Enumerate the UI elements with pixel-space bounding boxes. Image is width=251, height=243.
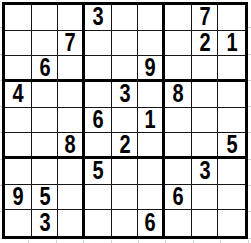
cell-r9c8[interactable] bbox=[192, 210, 219, 236]
cell-r1c7[interactable] bbox=[165, 5, 192, 31]
cell-r3c2: 6 bbox=[32, 56, 59, 82]
given-digit: 6 bbox=[172, 185, 183, 210]
given-digit: 7 bbox=[199, 5, 210, 30]
cell-r5c5[interactable] bbox=[112, 108, 139, 134]
cell-r4c1: 4 bbox=[5, 82, 32, 108]
cell-r4c6[interactable] bbox=[138, 82, 165, 108]
cell-r6c5: 2 bbox=[112, 133, 139, 159]
cell-r6c4[interactable] bbox=[85, 133, 112, 159]
cell-r1c6[interactable] bbox=[138, 5, 165, 31]
cell-r2c1[interactable] bbox=[5, 31, 32, 57]
cell-r8c8[interactable] bbox=[192, 185, 219, 211]
cell-r5c9[interactable] bbox=[218, 108, 245, 134]
cell-r2c2[interactable] bbox=[32, 31, 59, 57]
cell-r9c2: 3 bbox=[32, 210, 59, 236]
cell-r6c1[interactable] bbox=[5, 133, 32, 159]
cell-r1c5[interactable] bbox=[112, 5, 139, 31]
given-digit: 3 bbox=[119, 82, 130, 107]
cell-r3c5[interactable] bbox=[112, 56, 139, 82]
cell-r3c9[interactable] bbox=[218, 56, 245, 82]
sudoku-puzzle-image: 3772169438618255395636 bbox=[0, 0, 251, 243]
cell-r4c4[interactable] bbox=[85, 82, 112, 108]
cell-r1c1[interactable] bbox=[5, 5, 32, 31]
cell-r6c3: 8 bbox=[58, 133, 85, 159]
cell-r7c5[interactable] bbox=[112, 159, 139, 185]
cell-r3c8[interactable] bbox=[192, 56, 219, 82]
cell-r5c1[interactable] bbox=[5, 108, 32, 134]
cell-r6c9: 5 bbox=[218, 133, 245, 159]
cell-r1c2[interactable] bbox=[32, 5, 59, 31]
cell-r1c3[interactable] bbox=[58, 5, 85, 31]
cell-r9c1[interactable] bbox=[5, 210, 32, 236]
cell-r4c3[interactable] bbox=[58, 82, 85, 108]
cell-r3c6: 9 bbox=[138, 56, 165, 82]
cell-r3c1[interactable] bbox=[5, 56, 32, 82]
cell-r9c6: 6 bbox=[138, 210, 165, 236]
cell-r1c8: 7 bbox=[192, 5, 219, 31]
cell-r8c3[interactable] bbox=[58, 185, 85, 211]
given-digit: 8 bbox=[172, 82, 183, 107]
cell-r8c5[interactable] bbox=[112, 185, 139, 211]
given-digit: 2 bbox=[199, 31, 210, 56]
spreadsheet-gridline-ticks-left bbox=[0, 2, 2, 240]
given-digit: 4 bbox=[12, 82, 23, 107]
cell-r4c9[interactable] bbox=[218, 82, 245, 108]
cell-r9c3[interactable] bbox=[58, 210, 85, 236]
given-digit: 9 bbox=[12, 185, 23, 210]
cell-r7c2[interactable] bbox=[32, 159, 59, 185]
given-digit: 3 bbox=[92, 5, 103, 30]
cell-r2c3: 7 bbox=[58, 31, 85, 57]
given-digit: 2 bbox=[119, 133, 130, 157]
cell-r3c7[interactable] bbox=[165, 56, 192, 82]
cell-r4c2[interactable] bbox=[32, 82, 59, 108]
cell-r9c9[interactable] bbox=[218, 210, 245, 236]
given-digit: 3 bbox=[199, 159, 210, 184]
given-digit: 5 bbox=[92, 159, 103, 184]
given-digit: 6 bbox=[145, 210, 156, 236]
cell-r4c5: 3 bbox=[112, 82, 139, 108]
cell-r7c1[interactable] bbox=[5, 159, 32, 185]
given-digit: 3 bbox=[39, 210, 50, 236]
given-digit: 1 bbox=[226, 31, 237, 56]
cell-r5c4: 6 bbox=[85, 108, 112, 134]
cell-r5c2[interactable] bbox=[32, 108, 59, 134]
cell-r5c3[interactable] bbox=[58, 108, 85, 134]
cell-r2c7[interactable] bbox=[165, 31, 192, 57]
given-digit: 5 bbox=[226, 133, 237, 157]
cell-r2c9: 1 bbox=[218, 31, 245, 57]
cell-r8c6[interactable] bbox=[138, 185, 165, 211]
cell-r9c7[interactable] bbox=[165, 210, 192, 236]
cell-r8c7: 6 bbox=[165, 185, 192, 211]
cell-r8c1: 9 bbox=[5, 185, 32, 211]
given-digit: 1 bbox=[145, 108, 156, 133]
cell-r5c8[interactable] bbox=[192, 108, 219, 134]
cell-r7c3[interactable] bbox=[58, 159, 85, 185]
cell-r8c9[interactable] bbox=[218, 185, 245, 211]
cell-r8c4[interactable] bbox=[85, 185, 112, 211]
cell-r1c9[interactable] bbox=[218, 5, 245, 31]
cell-r2c8: 2 bbox=[192, 31, 219, 57]
spreadsheet-gridline-ticks-right bbox=[248, 2, 251, 240]
cell-r3c4[interactable] bbox=[85, 56, 112, 82]
cell-r7c6[interactable] bbox=[138, 159, 165, 185]
given-digit: 9 bbox=[145, 56, 156, 80]
cell-r2c6[interactable] bbox=[138, 31, 165, 57]
cell-r7c8: 3 bbox=[192, 159, 219, 185]
cell-r4c8[interactable] bbox=[192, 82, 219, 108]
cell-r6c2[interactable] bbox=[32, 133, 59, 159]
cell-r5c6: 1 bbox=[138, 108, 165, 134]
cell-r7c4: 5 bbox=[85, 159, 112, 185]
given-digit: 6 bbox=[39, 56, 50, 80]
cell-r5c7[interactable] bbox=[165, 108, 192, 134]
cell-r2c5[interactable] bbox=[112, 31, 139, 57]
cell-r2c4[interactable] bbox=[85, 31, 112, 57]
cell-r7c9[interactable] bbox=[218, 159, 245, 185]
cell-r1c4: 3 bbox=[85, 5, 112, 31]
given-digit: 5 bbox=[39, 185, 50, 210]
cell-r7c7[interactable] bbox=[165, 159, 192, 185]
cell-r4c7: 8 bbox=[165, 82, 192, 108]
cell-r6c6[interactable] bbox=[138, 133, 165, 159]
cell-r9c4[interactable] bbox=[85, 210, 112, 236]
cell-r8c2: 5 bbox=[32, 185, 59, 211]
given-digit: 6 bbox=[92, 108, 103, 133]
cell-r6c8[interactable] bbox=[192, 133, 219, 159]
sudoku-board: 3772169438618255395636 bbox=[2, 2, 248, 239]
given-digit: 7 bbox=[65, 31, 76, 56]
cell-r9c5[interactable] bbox=[112, 210, 139, 236]
given-digit: 8 bbox=[65, 133, 76, 157]
cell-r3c3[interactable] bbox=[58, 56, 85, 82]
cell-r6c7[interactable] bbox=[165, 133, 192, 159]
